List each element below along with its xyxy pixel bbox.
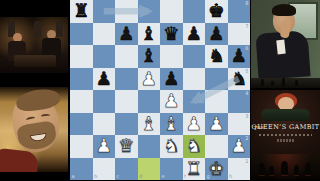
rank-label-6: 6 [245, 46, 248, 51]
square-g3[interactable]: ♟ [205, 113, 228, 136]
photo-chess-piece [282, 78, 285, 86]
file-label-d: d [139, 174, 142, 179]
square-h3[interactable]: 3 [228, 113, 251, 136]
square-a7[interactable] [70, 23, 93, 46]
white-bishop-e3[interactable]: ♝ [160, 113, 183, 136]
white-pawn-g3[interactable]: ♟ [205, 113, 228, 136]
square-b5[interactable]: ♟ [93, 68, 116, 91]
square-d3[interactable]: ♝ [138, 113, 161, 136]
square-e2[interactable]: ♞ [160, 135, 183, 158]
poster-tagline-text [259, 134, 312, 136]
square-g4[interactable] [205, 90, 228, 113]
file-label-h: h [229, 174, 232, 179]
square-g7[interactable]: ♟ [205, 23, 228, 46]
white-knight-e2[interactable]: ♞ [160, 135, 183, 158]
rank-label-7: 7 [245, 24, 248, 29]
black-bishop-d7[interactable]: ♝ [138, 23, 161, 46]
black-pawn-c7[interactable]: ♟ [115, 23, 138, 46]
square-f1[interactable]: ♜f [183, 158, 206, 181]
square-d6[interactable]: ♝ [138, 45, 161, 68]
black-pawn-h6[interactable]: ♟ [228, 45, 251, 68]
poster-title: THE QUEEN’S GAMBIT [251, 123, 320, 131]
square-b7[interactable] [93, 23, 116, 46]
rank-label-3: 3 [245, 114, 248, 119]
file-label-f: f [184, 174, 186, 179]
file-label-c: c [117, 174, 120, 179]
square-h2[interactable]: ♟2 [228, 135, 251, 158]
square-g5[interactable] [205, 68, 228, 91]
white-bishop-d3[interactable]: ♝ [138, 113, 161, 136]
rank-label-2: 2 [245, 136, 248, 141]
square-b6[interactable] [93, 45, 116, 68]
square-e1[interactable]: e [160, 158, 183, 181]
square-a4[interactable] [70, 90, 93, 113]
square-e3[interactable]: ♝ [160, 113, 183, 136]
queens-gambit-poster: THE QUEEN’S GAMBIT [251, 90, 320, 180]
photo-chess-piece [295, 80, 298, 86]
background-window [34, 21, 41, 37]
square-b8[interactable] [93, 0, 116, 23]
square-e8[interactable] [160, 0, 183, 23]
black-pawn-b5[interactable]: ♟ [93, 68, 116, 91]
square-c3[interactable] [115, 113, 138, 136]
square-c1[interactable]: c [115, 158, 138, 181]
poster-chess-piece [305, 163, 311, 175]
square-f7[interactable]: ♟ [183, 23, 206, 46]
actor-shirt [276, 40, 285, 55]
square-g1[interactable]: ♚g [205, 158, 228, 181]
square-d5[interactable]: ♟ [138, 68, 161, 91]
square-b3[interactable] [93, 113, 116, 136]
square-e6[interactable] [160, 45, 183, 68]
square-d2[interactable] [138, 135, 161, 158]
file-label-b: b [94, 174, 97, 179]
square-c2[interactable]: ♛ [115, 135, 138, 158]
square-a2[interactable] [70, 135, 93, 158]
file-label-g: g [207, 174, 210, 179]
white-rook-f1[interactable]: ♜ [183, 158, 206, 181]
white-pawn-b2[interactable]: ♟ [93, 135, 116, 158]
square-c5[interactable] [115, 68, 138, 91]
square-c8[interactable] [115, 0, 138, 23]
rank-label-1: 1 [245, 159, 248, 164]
square-a6[interactable] [70, 45, 93, 68]
square-d7[interactable]: ♝ [138, 23, 161, 46]
square-b2[interactable]: ♟ [93, 135, 116, 158]
square-f3[interactable]: ♟ [183, 113, 206, 136]
square-e7[interactable]: ♛ [160, 23, 183, 46]
square-h4[interactable]: 4 [228, 90, 251, 113]
white-pawn-f3[interactable]: ♟ [183, 113, 206, 136]
square-c7[interactable]: ♟ [115, 23, 138, 46]
movie-scene-thumbnail [0, 17, 68, 73]
square-e4[interactable]: ♟ [160, 90, 183, 113]
square-c6[interactable] [115, 45, 138, 68]
black-king-g8[interactable]: ♚ [205, 0, 228, 23]
white-pawn-d5[interactable]: ♟ [138, 68, 161, 91]
black-bishop-d6[interactable]: ♝ [138, 45, 161, 68]
background-window [56, 21, 63, 37]
square-b1[interactable]: b [93, 158, 116, 181]
webcam-video [0, 87, 68, 172]
square-g2[interactable] [205, 135, 228, 158]
square-c4[interactable] [115, 90, 138, 113]
chess-board[interactable]: ♜♚8♟♝♛♟♟7♝♞♟6♟♟♟♞5♟4♝♝♟♟3♟♛♞♞♟2abcde♜f♚g… [70, 0, 250, 180]
square-a5[interactable] [70, 68, 93, 91]
square-g8[interactable]: ♚ [205, 0, 228, 23]
white-knight-f2[interactable]: ♞ [183, 135, 206, 158]
poster-crossed-arms [261, 109, 310, 121]
black-knight-g6[interactable]: ♞ [205, 45, 228, 68]
square-f2[interactable]: ♞ [183, 135, 206, 158]
actor-photo-thumbnail [251, 0, 320, 88]
rank-label-5: 5 [245, 69, 248, 74]
square-h5[interactable]: ♞5 [228, 68, 251, 91]
black-knight-h5[interactable]: ♞ [228, 68, 251, 91]
black-pawn-g7[interactable]: ♟ [205, 23, 228, 46]
poster-network-logo [277, 139, 294, 142]
square-f8[interactable] [183, 0, 206, 23]
black-pawn-f7[interactable]: ♟ [183, 23, 206, 46]
white-queen-c2[interactable]: ♛ [115, 135, 138, 158]
square-f6[interactable] [183, 45, 206, 68]
scene-table [14, 55, 56, 67]
square-a3[interactable] [70, 113, 93, 136]
square-h6[interactable]: ♟6 [228, 45, 251, 68]
rank-label-4: 4 [245, 91, 248, 96]
square-e5[interactable]: ♟ [160, 68, 183, 91]
black-queen-e7[interactable]: ♛ [160, 23, 183, 46]
poster-title-the: THE [254, 125, 264, 130]
black-rook-a8[interactable]: ♜ [70, 0, 93, 23]
white-pawn-h2[interactable]: ♟ [228, 135, 251, 158]
square-f5[interactable] [183, 68, 206, 91]
square-g6[interactable]: ♞ [205, 45, 228, 68]
square-f4[interactable] [183, 90, 206, 113]
white-pawn-e4[interactable]: ♟ [160, 90, 183, 113]
square-d4[interactable] [138, 90, 161, 113]
board-grid[interactable]: ♜♚8♟♝♛♟♟7♝♞♟6♟♟♟♞5♟4♝♝♟♟3♟♛♞♞♟2abcde♜f♚g… [70, 0, 250, 180]
square-d1[interactable]: d [138, 158, 161, 181]
square-a8[interactable]: ♜ [70, 0, 93, 23]
square-d8[interactable] [138, 0, 161, 23]
square-b4[interactable] [93, 90, 116, 113]
poster-chess-piece [269, 166, 274, 175]
square-h1[interactable]: 1h [228, 158, 251, 181]
photo-chess-piece [261, 79, 264, 86]
poster-chess-piece [259, 163, 265, 175]
file-label-e: e [162, 174, 165, 179]
square-h7[interactable]: 7 [228, 23, 251, 46]
square-a1[interactable]: a [70, 158, 93, 181]
white-king-g1[interactable]: ♚ [205, 158, 228, 181]
file-label-a: a [72, 174, 75, 179]
video-frame: ♜♚8♟♝♛♟♟7♝♞♟6♟♟♟♞5♟4♝♝♟♟3♟♛♞♞♟2abcde♜f♚g… [0, 0, 320, 180]
rank-label-8: 8 [245, 1, 248, 6]
photo-chess-piece [271, 81, 274, 86]
poster-chess-piece [281, 161, 288, 175]
actor-hair [272, 4, 296, 16]
poster-chess-piece [294, 165, 299, 175]
square-h8[interactable]: 8 [228, 0, 251, 23]
black-pawn-e5[interactable]: ♟ [160, 68, 183, 91]
